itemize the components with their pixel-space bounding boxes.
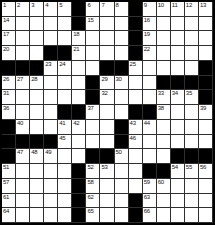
black-cell-r5c1 bbox=[2, 61, 16, 76]
white-cell-r3c11[interactable]: 19 bbox=[143, 31, 157, 46]
black-cell-r3c10 bbox=[129, 31, 143, 46]
white-cell-r12c9[interactable] bbox=[115, 164, 129, 179]
white-cell-r4c13[interactable] bbox=[171, 46, 185, 61]
white-cell-r15c12[interactable] bbox=[157, 208, 171, 223]
white-cell-r13c13[interactable] bbox=[171, 179, 185, 194]
clue-number-51: 51 bbox=[3, 164, 9, 170]
white-cell-r9c15[interactable] bbox=[199, 120, 213, 135]
white-cell-r10c15[interactable] bbox=[199, 135, 213, 150]
clue-number-22: 22 bbox=[144, 46, 150, 52]
clue-number-42: 42 bbox=[73, 120, 79, 126]
white-cell-r11c3[interactable]: 48 bbox=[30, 149, 44, 164]
clue-number-1: 1 bbox=[3, 2, 6, 8]
black-cell-r10c4 bbox=[44, 135, 58, 150]
white-cell-r11c5[interactable] bbox=[58, 149, 72, 164]
white-cell-r15c8[interactable] bbox=[100, 208, 114, 223]
white-cell-r8c15[interactable]: 39 bbox=[199, 105, 213, 120]
white-cell-r1c2[interactable]: 2 bbox=[16, 2, 30, 17]
white-cell-r13c12[interactable]: 60 bbox=[157, 179, 171, 194]
white-cell-r15c9[interactable] bbox=[115, 208, 129, 223]
white-cell-r6c11[interactable] bbox=[143, 76, 157, 91]
black-cell-r6c15 bbox=[199, 76, 213, 91]
black-cell-r4c5 bbox=[58, 46, 72, 61]
black-cell-r5c2 bbox=[16, 61, 30, 76]
white-cell-r6c3[interactable]: 28 bbox=[30, 76, 44, 91]
white-cell-r13c1[interactable]: 57 bbox=[2, 179, 16, 194]
black-cell-r13c6 bbox=[72, 179, 86, 194]
clue-number-43: 43 bbox=[130, 120, 136, 126]
clue-number-37: 37 bbox=[87, 105, 93, 111]
clue-number-61: 61 bbox=[3, 194, 9, 200]
clue-number-3: 3 bbox=[31, 2, 34, 8]
black-cell-r11c8 bbox=[100, 149, 114, 164]
white-cell-r8c4[interactable] bbox=[44, 105, 58, 120]
white-cell-r9c13[interactable] bbox=[171, 120, 185, 135]
white-cell-r14c12[interactable] bbox=[157, 194, 171, 209]
white-cell-r3c6[interactable]: 18 bbox=[72, 31, 86, 46]
white-cell-r2c1[interactable]: 14 bbox=[2, 17, 16, 32]
white-cell-r4c14[interactable] bbox=[185, 46, 199, 61]
black-cell-r5c15 bbox=[199, 61, 213, 76]
white-cell-r2c12[interactable] bbox=[157, 17, 171, 32]
white-cell-r12c15[interactable]: 56 bbox=[199, 164, 213, 179]
white-cell-r1c12[interactable]: 10 bbox=[157, 2, 171, 17]
clue-number-46: 46 bbox=[130, 135, 136, 141]
clue-number-63: 63 bbox=[144, 194, 150, 200]
white-cell-r5c12[interactable] bbox=[157, 61, 171, 76]
white-cell-r13c10[interactable] bbox=[129, 179, 143, 194]
white-cell-r14c5[interactable] bbox=[58, 194, 72, 209]
white-cell-r3c1[interactable]: 17 bbox=[2, 31, 16, 46]
white-cell-r9c3[interactable] bbox=[30, 120, 44, 135]
white-cell-r8c1[interactable]: 36 bbox=[2, 105, 16, 120]
white-cell-r3c5[interactable] bbox=[58, 31, 72, 46]
white-cell-r11c6[interactable] bbox=[72, 149, 86, 164]
black-cell-r1c6 bbox=[72, 2, 86, 17]
white-cell-r7c2[interactable] bbox=[16, 90, 30, 105]
white-cell-r14c9[interactable] bbox=[115, 194, 129, 209]
clue-number-27: 27 bbox=[17, 76, 23, 82]
white-cell-r2c5[interactable] bbox=[58, 17, 72, 32]
white-cell-r3c2[interactable] bbox=[16, 31, 30, 46]
white-cell-r13c11[interactable]: 59 bbox=[143, 179, 157, 194]
white-cell-r11c9[interactable]: 50 bbox=[115, 149, 129, 164]
white-cell-r6c9[interactable]: 30 bbox=[115, 76, 129, 91]
white-cell-r4c3[interactable] bbox=[30, 46, 44, 61]
clue-number-31: 31 bbox=[3, 90, 9, 96]
clue-number-35: 35 bbox=[186, 90, 192, 96]
white-cell-r9c5[interactable]: 41 bbox=[58, 120, 72, 135]
clue-number-55: 55 bbox=[186, 164, 192, 170]
white-cell-r12c5[interactable] bbox=[58, 164, 72, 179]
clue-number-23: 23 bbox=[45, 61, 51, 67]
black-cell-r12c6 bbox=[72, 164, 86, 179]
white-cell-r14c3[interactable] bbox=[30, 194, 44, 209]
white-cell-r9c7[interactable] bbox=[86, 120, 100, 135]
black-cell-r11c15 bbox=[199, 149, 213, 164]
crossword-grid: 1234567891011121314151617181920212223242… bbox=[0, 0, 215, 225]
black-cell-r5c8 bbox=[100, 61, 114, 76]
white-cell-r8c3[interactable] bbox=[30, 105, 44, 120]
white-cell-r7c9[interactable] bbox=[115, 90, 129, 105]
white-cell-r3c15[interactable] bbox=[199, 31, 213, 46]
clue-number-30: 30 bbox=[116, 76, 122, 82]
clue-number-29: 29 bbox=[101, 76, 107, 82]
white-cell-r10c12[interactable] bbox=[157, 135, 171, 150]
white-cell-r11c12[interactable] bbox=[157, 149, 171, 164]
white-cell-r5c4[interactable]: 23 bbox=[44, 61, 58, 76]
white-cell-r10c14[interactable] bbox=[185, 135, 199, 150]
white-cell-r13c15[interactable] bbox=[199, 179, 213, 194]
white-cell-r1c4[interactable]: 4 bbox=[44, 2, 58, 17]
clue-number-15: 15 bbox=[87, 17, 93, 23]
clue-number-36: 36 bbox=[3, 105, 9, 111]
white-cell-r15c4[interactable] bbox=[44, 208, 58, 223]
white-cell-r7c8[interactable]: 32 bbox=[100, 90, 114, 105]
black-cell-r14c10 bbox=[129, 194, 143, 209]
white-cell-r4c12[interactable] bbox=[157, 46, 171, 61]
white-cell-r2c7[interactable]: 15 bbox=[86, 17, 100, 32]
white-cell-r4c1[interactable]: 20 bbox=[2, 46, 16, 61]
clue-number-49: 49 bbox=[45, 149, 51, 155]
white-cell-r3c8[interactable] bbox=[100, 31, 114, 46]
clue-number-20: 20 bbox=[3, 46, 9, 52]
black-cell-r6c13 bbox=[171, 76, 185, 91]
black-cell-r9c1 bbox=[2, 120, 16, 135]
white-cell-r2c13[interactable] bbox=[171, 17, 185, 32]
white-cell-r6c1[interactable]: 26 bbox=[2, 76, 16, 91]
white-cell-r1c8[interactable]: 7 bbox=[100, 2, 114, 17]
black-cell-r11c13 bbox=[171, 149, 185, 164]
white-cell-r12c13[interactable]: 54 bbox=[171, 164, 185, 179]
white-cell-r11c10[interactable] bbox=[129, 149, 143, 164]
white-cell-r4c9[interactable] bbox=[115, 46, 129, 61]
clue-number-18: 18 bbox=[73, 31, 79, 37]
clue-number-66: 66 bbox=[144, 208, 150, 214]
white-cell-r15c3[interactable] bbox=[30, 208, 44, 223]
white-cell-r13c4[interactable] bbox=[44, 179, 58, 194]
white-cell-r6c10[interactable] bbox=[129, 76, 143, 91]
white-cell-r3c14[interactable] bbox=[185, 31, 199, 46]
white-cell-r9c14[interactable] bbox=[185, 120, 199, 135]
white-cell-r4c8[interactable] bbox=[100, 46, 114, 61]
white-cell-r6c4[interactable] bbox=[44, 76, 58, 91]
white-cell-r12c2[interactable] bbox=[16, 164, 30, 179]
white-cell-r15c7[interactable]: 65 bbox=[86, 208, 100, 223]
white-cell-r1c1[interactable]: 1 bbox=[2, 2, 16, 17]
white-cell-r10c8[interactable] bbox=[100, 135, 114, 150]
clue-number-5: 5 bbox=[59, 2, 62, 8]
white-cell-r9c2[interactable]: 40 bbox=[16, 120, 30, 135]
white-cell-r1c5[interactable]: 5 bbox=[58, 2, 72, 17]
black-cell-r5c9 bbox=[115, 61, 129, 76]
white-cell-r15c15[interactable] bbox=[199, 208, 213, 223]
clue-number-13: 13 bbox=[200, 2, 206, 8]
white-cell-r8c12[interactable]: 38 bbox=[157, 105, 171, 120]
clue-number-58: 58 bbox=[87, 179, 93, 185]
clue-number-24: 24 bbox=[59, 61, 65, 67]
white-cell-r1c13[interactable]: 11 bbox=[171, 2, 185, 17]
white-cell-r3c7[interactable] bbox=[86, 31, 100, 46]
clue-number-57: 57 bbox=[3, 179, 9, 185]
white-cell-r14c2[interactable] bbox=[16, 194, 30, 209]
clue-number-38: 38 bbox=[158, 105, 164, 111]
clue-number-6: 6 bbox=[87, 2, 90, 8]
clue-number-62: 62 bbox=[87, 194, 93, 200]
white-cell-r7c6[interactable] bbox=[72, 90, 86, 105]
white-cell-r7c11[interactable] bbox=[143, 90, 157, 105]
white-cell-r1c3[interactable]: 3 bbox=[30, 2, 44, 17]
white-cell-r6c8[interactable]: 29 bbox=[100, 76, 114, 91]
black-cell-r8c10 bbox=[129, 105, 143, 120]
clue-number-48: 48 bbox=[31, 149, 37, 155]
white-cell-r10c13[interactable] bbox=[171, 135, 185, 150]
white-cell-r8c14[interactable] bbox=[185, 105, 199, 120]
white-cell-r10c7[interactable] bbox=[86, 135, 100, 150]
black-cell-r5c3 bbox=[30, 61, 44, 76]
white-cell-r10c11[interactable] bbox=[143, 135, 157, 150]
black-cell-r12c12 bbox=[157, 164, 171, 179]
black-cell-r7c15 bbox=[199, 90, 213, 105]
white-cell-r2c14[interactable] bbox=[185, 17, 199, 32]
white-cell-r4c2[interactable] bbox=[16, 46, 30, 61]
white-cell-r14c13[interactable] bbox=[171, 194, 185, 209]
clue-number-44: 44 bbox=[144, 120, 150, 126]
white-cell-r12c8[interactable]: 53 bbox=[100, 164, 114, 179]
white-cell-r8c7[interactable]: 37 bbox=[86, 105, 100, 120]
white-cell-r13c2[interactable] bbox=[16, 179, 30, 194]
white-cell-r6c2[interactable]: 27 bbox=[16, 76, 30, 91]
white-cell-r9c6[interactable]: 42 bbox=[72, 120, 86, 135]
white-cell-r15c5[interactable] bbox=[58, 208, 72, 223]
white-cell-r9c10[interactable]: 43 bbox=[129, 120, 143, 135]
clue-number-47: 47 bbox=[17, 149, 23, 155]
white-cell-r2c4[interactable] bbox=[44, 17, 58, 32]
white-cell-r2c8[interactable] bbox=[100, 17, 114, 32]
black-cell-r11c14 bbox=[185, 149, 199, 164]
clue-number-11: 11 bbox=[172, 2, 178, 8]
white-cell-r12c7[interactable]: 52 bbox=[86, 164, 100, 179]
black-cell-r10c2 bbox=[16, 135, 30, 150]
white-cell-r10c5[interactable]: 45 bbox=[58, 135, 72, 150]
clue-number-34: 34 bbox=[172, 90, 178, 96]
white-cell-r6c5[interactable] bbox=[58, 76, 72, 91]
white-cell-r5c14[interactable] bbox=[185, 61, 199, 76]
clue-number-21: 21 bbox=[73, 46, 79, 52]
clue-number-41: 41 bbox=[59, 120, 65, 126]
white-cell-r7c3[interactable] bbox=[30, 90, 44, 105]
clue-number-9: 9 bbox=[144, 2, 147, 8]
white-cell-r5c11[interactable] bbox=[143, 61, 157, 76]
white-cell-r5c6[interactable] bbox=[72, 61, 86, 76]
white-cell-r14c8[interactable] bbox=[100, 194, 114, 209]
clue-number-56: 56 bbox=[200, 164, 206, 170]
white-cell-r1c14[interactable]: 12 bbox=[185, 2, 199, 17]
white-cell-r14c4[interactable] bbox=[44, 194, 58, 209]
black-cell-r11c7 bbox=[86, 149, 100, 164]
white-cell-r15c2[interactable] bbox=[16, 208, 30, 223]
white-cell-r7c14[interactable]: 35 bbox=[185, 90, 199, 105]
clue-number-8: 8 bbox=[116, 2, 119, 8]
clue-number-59: 59 bbox=[144, 179, 150, 185]
white-cell-r3c12[interactable] bbox=[157, 31, 171, 46]
white-cell-r4c6[interactable]: 21 bbox=[72, 46, 86, 61]
black-cell-r15c6 bbox=[72, 208, 86, 223]
black-cell-r10c9 bbox=[115, 135, 129, 150]
white-cell-r3c4[interactable] bbox=[44, 31, 58, 46]
black-cell-r6c14 bbox=[185, 76, 199, 91]
black-cell-r2c6 bbox=[72, 17, 86, 32]
black-cell-r2c10 bbox=[129, 17, 143, 32]
clue-number-53: 53 bbox=[101, 164, 107, 170]
white-cell-r13c8[interactable] bbox=[100, 179, 114, 194]
white-cell-r8c8[interactable] bbox=[100, 105, 114, 120]
white-cell-r2c15[interactable] bbox=[199, 17, 213, 32]
clue-number-26: 26 bbox=[3, 76, 9, 82]
clue-number-2: 2 bbox=[17, 2, 20, 8]
clue-number-19: 19 bbox=[144, 31, 150, 37]
white-cell-r9c12[interactable] bbox=[157, 120, 171, 135]
white-cell-r3c3[interactable] bbox=[30, 31, 44, 46]
white-cell-r2c11[interactable]: 16 bbox=[143, 17, 157, 32]
clue-number-16: 16 bbox=[144, 17, 150, 23]
white-cell-r15c1[interactable]: 64 bbox=[2, 208, 16, 223]
white-cell-r13c14[interactable] bbox=[185, 179, 199, 194]
clue-number-4: 4 bbox=[45, 2, 48, 8]
black-cell-r1c10 bbox=[129, 2, 143, 17]
black-cell-r9c9 bbox=[115, 120, 129, 135]
white-cell-r15c13[interactable] bbox=[171, 208, 185, 223]
white-cell-r12c14[interactable]: 55 bbox=[185, 164, 199, 179]
white-cell-r11c4[interactable]: 49 bbox=[44, 149, 58, 164]
white-cell-r10c6[interactable] bbox=[72, 135, 86, 150]
white-cell-r4c11[interactable]: 22 bbox=[143, 46, 157, 61]
white-cell-r7c13[interactable]: 34 bbox=[171, 90, 185, 105]
clue-number-17: 17 bbox=[3, 31, 9, 37]
white-cell-r11c11[interactable] bbox=[143, 149, 157, 164]
clue-number-60: 60 bbox=[158, 179, 164, 185]
white-cell-r1c9[interactable]: 8 bbox=[115, 2, 129, 17]
clue-number-12: 12 bbox=[186, 2, 192, 8]
white-cell-r9c4[interactable] bbox=[44, 120, 58, 135]
white-cell-r12c4[interactable] bbox=[44, 164, 58, 179]
white-cell-r7c10[interactable] bbox=[129, 90, 143, 105]
clue-number-65: 65 bbox=[87, 208, 93, 214]
clue-number-40: 40 bbox=[17, 120, 23, 126]
white-cell-r13c7[interactable]: 58 bbox=[86, 179, 100, 194]
clue-number-28: 28 bbox=[31, 76, 37, 82]
black-cell-r6c7 bbox=[86, 76, 100, 91]
white-cell-r5c10[interactable]: 25 bbox=[129, 61, 143, 76]
white-cell-r1c15[interactable]: 13 bbox=[199, 2, 213, 17]
clue-number-50: 50 bbox=[116, 149, 122, 155]
clue-number-64: 64 bbox=[3, 208, 9, 214]
black-cell-r4c4 bbox=[44, 46, 58, 61]
white-cell-r7c4[interactable] bbox=[44, 90, 58, 105]
clue-number-52: 52 bbox=[87, 164, 93, 170]
white-cell-r13c5[interactable] bbox=[58, 179, 72, 194]
white-cell-r14c11[interactable]: 63 bbox=[143, 194, 157, 209]
clue-number-32: 32 bbox=[101, 90, 107, 96]
clue-number-33: 33 bbox=[158, 90, 164, 96]
white-cell-r10c10[interactable]: 46 bbox=[129, 135, 143, 150]
black-cell-r12c11 bbox=[143, 164, 157, 179]
white-cell-r12c10[interactable] bbox=[129, 164, 143, 179]
white-cell-r2c2[interactable] bbox=[16, 17, 30, 32]
black-cell-r15c10 bbox=[129, 208, 143, 223]
black-cell-r11c1 bbox=[2, 149, 16, 164]
white-cell-r1c11[interactable]: 9 bbox=[143, 2, 157, 17]
white-cell-r12c1[interactable]: 51 bbox=[2, 164, 16, 179]
white-cell-r6c6[interactable] bbox=[72, 76, 86, 91]
black-cell-r8c6 bbox=[72, 105, 86, 120]
white-cell-r5c5[interactable]: 24 bbox=[58, 61, 72, 76]
white-cell-r4c7[interactable] bbox=[86, 46, 100, 61]
clue-number-14: 14 bbox=[3, 17, 9, 23]
white-cell-r8c9[interactable] bbox=[115, 105, 129, 120]
white-cell-r7c12[interactable]: 33 bbox=[157, 90, 171, 105]
black-cell-r10c3 bbox=[30, 135, 44, 150]
clue-number-10: 10 bbox=[158, 2, 164, 8]
white-cell-r7c5[interactable] bbox=[58, 90, 72, 105]
white-cell-r12c3[interactable] bbox=[30, 164, 44, 179]
white-cell-r8c2[interactable] bbox=[16, 105, 30, 120]
black-cell-r8c5 bbox=[58, 105, 72, 120]
white-cell-r15c14[interactable] bbox=[185, 208, 199, 223]
white-cell-r9c8[interactable] bbox=[100, 120, 114, 135]
white-cell-r1c7[interactable]: 6 bbox=[86, 2, 100, 17]
white-cell-r8c13[interactable] bbox=[171, 105, 185, 120]
black-cell-r10c1 bbox=[2, 135, 16, 150]
white-cell-r2c3[interactable] bbox=[30, 17, 44, 32]
white-cell-r9c11[interactable]: 44 bbox=[143, 120, 157, 135]
black-cell-r8c11 bbox=[143, 105, 157, 120]
white-cell-r14c1[interactable]: 61 bbox=[2, 194, 16, 209]
white-cell-r13c3[interactable] bbox=[30, 179, 44, 194]
white-cell-r5c7[interactable] bbox=[86, 61, 100, 76]
white-cell-r14c14[interactable] bbox=[185, 194, 199, 209]
white-cell-r15c11[interactable]: 66 bbox=[143, 208, 157, 223]
white-cell-r14c15[interactable] bbox=[199, 194, 213, 209]
white-cell-r5c13[interactable] bbox=[171, 61, 185, 76]
white-cell-r4c15[interactable] bbox=[199, 46, 213, 61]
white-cell-r11c2[interactable]: 47 bbox=[16, 149, 30, 164]
clue-number-45: 45 bbox=[59, 135, 65, 141]
clue-number-54: 54 bbox=[172, 164, 178, 170]
black-cell-r4c10 bbox=[129, 46, 143, 61]
white-cell-r7c1[interactable]: 31 bbox=[2, 90, 16, 105]
white-cell-r3c9[interactable] bbox=[115, 31, 129, 46]
white-cell-r3c13[interactable] bbox=[171, 31, 185, 46]
white-cell-r2c9[interactable] bbox=[115, 17, 129, 32]
clue-number-25: 25 bbox=[130, 61, 136, 67]
black-cell-r6c12 bbox=[157, 76, 171, 91]
black-cell-r14c6 bbox=[72, 194, 86, 209]
black-cell-r7c7 bbox=[86, 90, 100, 105]
white-cell-r13c9[interactable] bbox=[115, 179, 129, 194]
clue-number-7: 7 bbox=[101, 2, 104, 8]
clue-number-39: 39 bbox=[200, 105, 206, 111]
white-cell-r14c7[interactable]: 62 bbox=[86, 194, 100, 209]
